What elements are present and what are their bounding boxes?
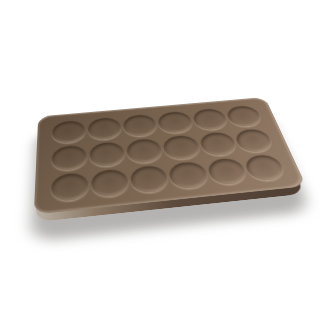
well-cavity [191,108,229,131]
well-cavity [51,172,89,202]
well-cell-r3-c4 [166,159,212,192]
wells-grid [49,103,290,204]
well-cavity [206,157,249,185]
well-cell-r1-c3 [121,112,161,139]
well-cell-r1-c6 [223,103,266,129]
well-cavity [87,117,122,141]
well-cavity [243,154,287,182]
well-cavity [51,120,85,144]
well-cavity [168,161,210,190]
well-cavity [233,128,275,153]
well-cell-r2-c1 [49,143,88,174]
well-cell-r3-c1 [49,170,91,205]
well-cavity [157,111,194,134]
well-cell-r2-c3 [124,136,166,166]
well-cell-r3-c5 [204,155,252,188]
well-cavity [91,168,130,198]
well-cell-r2-c6 [231,126,277,155]
well-cavity [51,145,87,172]
well-cavity [126,138,164,164]
well-cavity [162,135,201,161]
product-photo-scene [0,0,320,320]
well-cavity [225,105,264,128]
well-cell-r1-c1 [50,118,87,146]
well-cavity [129,165,170,194]
well-cavity [122,114,158,138]
well-cell-r2-c2 [87,139,127,170]
well-cell-r1-c2 [86,115,124,143]
well-cell-r3-c3 [128,163,172,197]
baking-pan [34,97,307,215]
well-cavity [89,141,126,168]
well-cell-r3-c2 [89,166,132,200]
well-cell-r3-c6 [241,152,290,184]
